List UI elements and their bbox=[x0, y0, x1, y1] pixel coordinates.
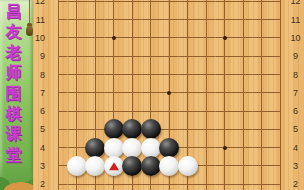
intersection-D3[interactable] bbox=[105, 157, 124, 175]
intersection-M5[interactable] bbox=[253, 120, 272, 138]
banner-char: 师 bbox=[0, 63, 27, 83]
banner-char: 老 bbox=[0, 43, 27, 63]
intersection-C11[interactable] bbox=[86, 10, 105, 28]
intersection-M10[interactable] bbox=[253, 29, 272, 47]
go-board-area: 1212111110109988776655443322 bbox=[33, 0, 304, 190]
intersection-F10[interactable] bbox=[142, 29, 161, 47]
intersection-M6[interactable] bbox=[253, 102, 272, 120]
intersection-D11[interactable] bbox=[105, 10, 124, 28]
intersection-E10[interactable] bbox=[123, 29, 142, 47]
intersection-F11[interactable] bbox=[142, 10, 161, 28]
intersection-G3[interactable] bbox=[160, 157, 179, 175]
intersection-K5[interactable] bbox=[216, 120, 235, 138]
intersection-A3[interactable] bbox=[49, 157, 68, 175]
intersection-J11[interactable] bbox=[197, 10, 216, 28]
intersection-E12[interactable] bbox=[123, 0, 142, 10]
intersection-H12[interactable] bbox=[179, 0, 198, 10]
intersection-A4[interactable] bbox=[49, 138, 68, 156]
intersection-N6[interactable] bbox=[271, 102, 290, 120]
row-label-right-9: 9 bbox=[289, 51, 302, 61]
intersection-G9[interactable] bbox=[160, 47, 179, 65]
intersection-A7[interactable] bbox=[49, 84, 68, 102]
white-stone bbox=[159, 156, 179, 176]
black-stone bbox=[104, 119, 124, 139]
intersection-J10[interactable] bbox=[197, 29, 216, 47]
intersection-A10[interactable] bbox=[49, 29, 68, 47]
intersection-K8[interactable] bbox=[216, 65, 235, 83]
intersection-J9[interactable] bbox=[197, 47, 216, 65]
title-banner: 昌友老师围棋课堂 bbox=[0, 0, 33, 190]
intersection-B9[interactable] bbox=[68, 47, 87, 65]
intersection-M12[interactable] bbox=[253, 0, 272, 10]
white-stone bbox=[104, 138, 124, 158]
row-label-left-9: 9 bbox=[34, 51, 45, 61]
intersection-N9[interactable] bbox=[271, 47, 290, 65]
black-stone bbox=[141, 156, 161, 176]
intersection-K11[interactable] bbox=[216, 10, 235, 28]
black-stone bbox=[159, 138, 179, 158]
intersection-D12[interactable] bbox=[105, 0, 124, 10]
banner-char: 棋 bbox=[0, 104, 27, 124]
intersection-F12[interactable] bbox=[142, 0, 161, 10]
intersection-B12[interactable] bbox=[68, 0, 87, 10]
intersection-F4[interactable] bbox=[142, 138, 161, 156]
intersection-J2[interactable] bbox=[197, 175, 216, 190]
intersection-D4[interactable] bbox=[105, 138, 124, 156]
row-label-left-3: 3 bbox=[34, 161, 45, 171]
banner-char: 课 bbox=[0, 124, 27, 144]
intersection-H4[interactable] bbox=[179, 138, 198, 156]
intersection-H10[interactable] bbox=[179, 29, 198, 47]
intersection-N2[interactable] bbox=[271, 175, 290, 190]
intersection-N8[interactable] bbox=[271, 65, 290, 83]
row-label-right-6: 6 bbox=[289, 106, 302, 116]
intersection-K6[interactable] bbox=[216, 102, 235, 120]
intersection-E4[interactable] bbox=[123, 138, 142, 156]
intersection-N7[interactable] bbox=[271, 84, 290, 102]
intersection-F8[interactable] bbox=[142, 65, 161, 83]
banner-char: 昌 bbox=[0, 2, 27, 22]
tassel-cord bbox=[29, 0, 31, 25]
intersection-A2[interactable] bbox=[49, 175, 68, 190]
triangle-marker bbox=[109, 162, 119, 170]
row-label-left-8: 8 bbox=[34, 70, 45, 80]
intersection-L4[interactable] bbox=[234, 138, 253, 156]
row-label-left-2: 2 bbox=[34, 179, 45, 189]
intersection-F7[interactable] bbox=[142, 84, 161, 102]
intersection-G4[interactable] bbox=[160, 138, 179, 156]
row-label-right-2: 2 bbox=[289, 179, 302, 189]
intersection-K10[interactable] bbox=[216, 29, 235, 47]
intersection-A11[interactable] bbox=[49, 10, 68, 28]
intersection-E8[interactable] bbox=[123, 65, 142, 83]
intersection-B4[interactable] bbox=[68, 138, 87, 156]
white-stone bbox=[141, 138, 161, 158]
intersection-G10[interactable] bbox=[160, 29, 179, 47]
intersection-L12[interactable] bbox=[234, 0, 253, 10]
intersection-J4[interactable] bbox=[197, 138, 216, 156]
intersection-N12[interactable] bbox=[271, 0, 290, 10]
go-app-screenshot: 1212111110109988776655443322 昌友老师围棋课堂 bbox=[0, 0, 304, 190]
intersection-G11[interactable] bbox=[160, 10, 179, 28]
intersection-C12[interactable] bbox=[86, 0, 105, 10]
banner-char: 围 bbox=[0, 84, 27, 104]
intersection-L9[interactable] bbox=[234, 47, 253, 65]
intersection-G8[interactable] bbox=[160, 65, 179, 83]
intersection-C3[interactable] bbox=[86, 157, 105, 175]
intersection-F5[interactable] bbox=[142, 120, 161, 138]
intersection-C8[interactable] bbox=[86, 65, 105, 83]
row-label-left-7: 7 bbox=[34, 88, 45, 98]
row-label-left-11: 11 bbox=[34, 15, 45, 25]
row-label-left-5: 5 bbox=[34, 124, 45, 134]
intersection-L3[interactable] bbox=[234, 157, 253, 175]
intersection-M11[interactable] bbox=[253, 10, 272, 28]
intersection-B8[interactable] bbox=[68, 65, 87, 83]
intersection-L6[interactable] bbox=[234, 102, 253, 120]
intersection-K3[interactable] bbox=[216, 157, 235, 175]
intersection-C10[interactable] bbox=[86, 29, 105, 47]
intersection-C5[interactable] bbox=[86, 120, 105, 138]
banner-title-text: 昌友老师围棋课堂 bbox=[0, 2, 27, 165]
intersection-M3[interactable] bbox=[253, 157, 272, 175]
intersection-C2[interactable] bbox=[86, 175, 105, 190]
intersection-H3[interactable] bbox=[179, 157, 198, 175]
intersection-E7[interactable] bbox=[123, 84, 142, 102]
intersection-K9[interactable] bbox=[216, 47, 235, 65]
intersection-G6[interactable] bbox=[160, 102, 179, 120]
intersection-K4[interactable] bbox=[216, 138, 235, 156]
intersection-J8[interactable] bbox=[197, 65, 216, 83]
intersection-J6[interactable] bbox=[197, 102, 216, 120]
intersection-M2[interactable] bbox=[253, 175, 272, 190]
white-stone bbox=[67, 156, 87, 176]
intersection-E11[interactable] bbox=[123, 10, 142, 28]
intersection-J3[interactable] bbox=[197, 157, 216, 175]
intersection-M8[interactable] bbox=[253, 65, 272, 83]
intersection-G7[interactable] bbox=[160, 84, 179, 102]
black-stone bbox=[141, 119, 161, 139]
intersection-B2[interactable] bbox=[68, 175, 87, 190]
intersection-A6[interactable] bbox=[49, 102, 68, 120]
intersection-L5[interactable] bbox=[234, 120, 253, 138]
banner-char: 堂 bbox=[0, 145, 27, 165]
intersection-A5[interactable] bbox=[49, 120, 68, 138]
intersection-D2[interactable] bbox=[105, 175, 124, 190]
intersection-M9[interactable] bbox=[253, 47, 272, 65]
banner-char: 友 bbox=[0, 22, 27, 42]
intersection-B10[interactable] bbox=[68, 29, 87, 47]
intersection-H5[interactable] bbox=[179, 120, 198, 138]
intersection-B5[interactable] bbox=[68, 120, 87, 138]
intersection-C9[interactable] bbox=[86, 47, 105, 65]
intersection-G5[interactable] bbox=[160, 120, 179, 138]
intersection-N11[interactable] bbox=[271, 10, 290, 28]
intersection-D6[interactable] bbox=[105, 102, 124, 120]
white-stone bbox=[122, 138, 142, 158]
row-label-right-8: 8 bbox=[289, 70, 302, 80]
intersection-H2[interactable] bbox=[179, 175, 198, 190]
intersection-G2[interactable] bbox=[160, 175, 179, 190]
tassel-body bbox=[26, 26, 33, 36]
intersection-H7[interactable] bbox=[179, 84, 198, 102]
intersection-H8[interactable] bbox=[179, 65, 198, 83]
row-label-right-12: 12 bbox=[289, 0, 302, 6]
row-label-right-7: 7 bbox=[289, 88, 302, 98]
intersection-G12[interactable] bbox=[160, 0, 179, 10]
row-label-right-3: 3 bbox=[289, 161, 302, 171]
intersection-M4[interactable] bbox=[253, 138, 272, 156]
row-label-left-10: 10 bbox=[34, 33, 45, 43]
intersection-J7[interactable] bbox=[197, 84, 216, 102]
intersection-D5[interactable] bbox=[105, 120, 124, 138]
go-board bbox=[49, 0, 290, 190]
intersection-N10[interactable] bbox=[271, 29, 290, 47]
intersection-K7[interactable] bbox=[216, 84, 235, 102]
row-label-right-11: 11 bbox=[289, 15, 302, 25]
white-stone bbox=[85, 156, 105, 176]
tassel-ornament-icon bbox=[25, 0, 34, 40]
intersection-B7[interactable] bbox=[68, 84, 87, 102]
row-label-left-6: 6 bbox=[34, 106, 45, 116]
intersection-M7[interactable] bbox=[253, 84, 272, 102]
row-label-left-4: 4 bbox=[34, 143, 45, 153]
intersection-F2[interactable] bbox=[142, 175, 161, 190]
black-stone bbox=[122, 156, 142, 176]
black-stone bbox=[122, 119, 142, 139]
row-label-right-5: 5 bbox=[289, 124, 302, 134]
intersection-E2[interactable] bbox=[123, 175, 142, 190]
intersection-J5[interactable] bbox=[197, 120, 216, 138]
intersection-L2[interactable] bbox=[234, 175, 253, 190]
intersection-F6[interactable] bbox=[142, 102, 161, 120]
intersection-C7[interactable] bbox=[86, 84, 105, 102]
intersection-H6[interactable] bbox=[179, 102, 198, 120]
intersection-B11[interactable] bbox=[68, 10, 87, 28]
intersection-A8[interactable] bbox=[49, 65, 68, 83]
intersection-L7[interactable] bbox=[234, 84, 253, 102]
intersection-B3[interactable] bbox=[68, 157, 87, 175]
intersection-E3[interactable] bbox=[123, 157, 142, 175]
intersection-B6[interactable] bbox=[68, 102, 87, 120]
intersection-F3[interactable] bbox=[142, 157, 161, 175]
intersection-A9[interactable] bbox=[49, 47, 68, 65]
row-label-right-10: 10 bbox=[289, 33, 302, 43]
intersection-H9[interactable] bbox=[179, 47, 198, 65]
intersection-L8[interactable] bbox=[234, 65, 253, 83]
intersection-D9[interactable] bbox=[105, 47, 124, 65]
intersection-D10[interactable] bbox=[105, 29, 124, 47]
black-stone bbox=[85, 138, 105, 158]
intersection-N3[interactable] bbox=[271, 157, 290, 175]
intersection-N5[interactable] bbox=[271, 120, 290, 138]
intersection-K2[interactable] bbox=[216, 175, 235, 190]
intersection-L11[interactable] bbox=[234, 10, 253, 28]
intersection-L10[interactable] bbox=[234, 29, 253, 47]
intersection-E9[interactable] bbox=[123, 47, 142, 65]
white-stone bbox=[178, 156, 198, 176]
intersection-D8[interactable] bbox=[105, 65, 124, 83]
row-label-right-4: 4 bbox=[289, 143, 302, 153]
intersection-F9[interactable] bbox=[142, 47, 161, 65]
intersection-N4[interactable] bbox=[271, 138, 290, 156]
intersection-E6[interactable] bbox=[123, 102, 142, 120]
row-label-left-12: 12 bbox=[34, 0, 45, 6]
intersection-J12[interactable] bbox=[197, 0, 216, 10]
intersection-E5[interactable] bbox=[123, 120, 142, 138]
intersection-K12[interactable] bbox=[216, 0, 235, 10]
intersection-C4[interactable] bbox=[86, 138, 105, 156]
marked-white-stone bbox=[104, 156, 124, 176]
intersection-H11[interactable] bbox=[179, 10, 198, 28]
intersection-A12[interactable] bbox=[49, 0, 68, 10]
intersection-C6[interactable] bbox=[86, 102, 105, 120]
intersection-D7[interactable] bbox=[105, 84, 124, 102]
